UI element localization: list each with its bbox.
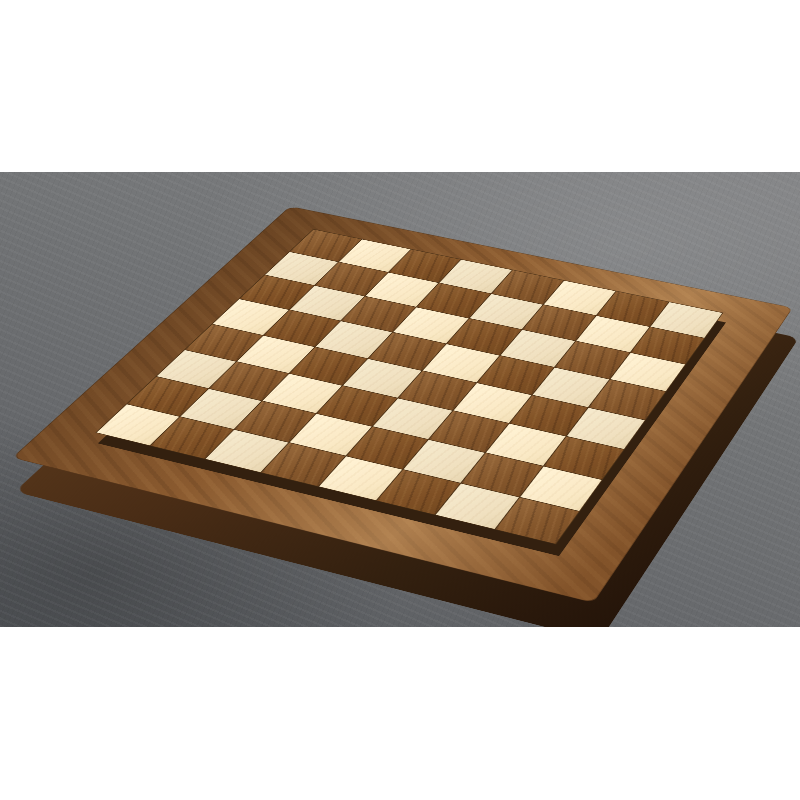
white-margin-top [0, 0, 800, 172]
photo-area [0, 172, 800, 627]
chess-board [12, 206, 793, 603]
white-margin-bottom [0, 627, 800, 800]
product-photo-page [0, 0, 800, 800]
perspective-scene [0, 172, 800, 627]
